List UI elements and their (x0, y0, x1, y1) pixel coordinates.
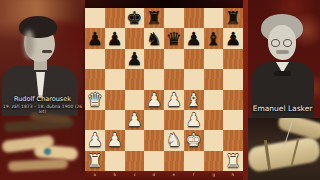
player-name-right: Emanuel Lasker (245, 104, 320, 113)
square-h2[interactable] (223, 130, 243, 150)
square-d2[interactable] (144, 130, 164, 150)
square-g7[interactable]: ♝ (204, 28, 224, 48)
black-queen: ♛ (166, 30, 182, 48)
square-a5[interactable] (85, 69, 105, 89)
lasker-moustache (276, 50, 289, 54)
square-c6[interactable]: ♟ (125, 49, 145, 69)
square-g8[interactable] (204, 8, 224, 28)
lasker-glasses-left-lens (271, 39, 280, 47)
white-pawn: ♟ (146, 91, 162, 109)
black-king: ♚ (126, 9, 142, 27)
square-h8[interactable]: ♜ (223, 8, 243, 28)
white-queen: ♛ (87, 91, 103, 109)
square-h7[interactable]: ♟ (223, 28, 243, 48)
square-c4[interactable] (125, 90, 145, 110)
square-h3[interactable] (223, 110, 243, 130)
square-e7[interactable]: ♛ (164, 28, 184, 48)
square-f5[interactable] (184, 69, 204, 89)
square-h6[interactable] (223, 49, 243, 69)
video-frame: Rudolf Charousek 19. září 1873 – 18. dub… (0, 0, 320, 180)
black-bishop: ♝ (205, 30, 221, 48)
square-h4[interactable] (223, 90, 243, 110)
square-c2[interactable] (125, 130, 145, 150)
white-king: ♚ (186, 131, 202, 149)
square-d5[interactable] (144, 69, 164, 89)
lasker-glasses-right-lens (283, 39, 292, 47)
square-c7[interactable] (125, 28, 145, 48)
fallen-piece (8, 158, 68, 171)
square-f4[interactable]: ♝ (184, 90, 204, 110)
photo-fallen-pieces (0, 112, 85, 180)
square-a6[interactable] (85, 49, 105, 69)
square-d3[interactable] (144, 110, 164, 130)
white-pawn: ♟ (166, 91, 182, 109)
charousek-moustache (42, 50, 52, 53)
square-g5[interactable] (204, 69, 224, 89)
black-pawn: ♟ (107, 30, 123, 48)
file-label-b: b (106, 172, 123, 180)
file-label-d: d (146, 172, 163, 180)
square-d6[interactable] (144, 49, 164, 69)
square-g2[interactable] (204, 130, 224, 150)
portrait-right-lasker (248, 0, 320, 118)
square-a7[interactable]: ♟ (85, 28, 105, 48)
black-pawn: ♟ (225, 30, 241, 48)
square-c8[interactable]: ♚ (125, 8, 145, 28)
square-c3[interactable]: ♟ (125, 110, 145, 130)
black-pawn: ♟ (126, 50, 142, 68)
player-dates-left: 19. září 1873 – 18. dubna 1900 (26 let) (0, 104, 85, 114)
black-knight: ♞ (146, 30, 162, 48)
lasker-bowtie (274, 71, 291, 76)
square-b4[interactable] (105, 90, 125, 110)
square-f1[interactable] (184, 151, 204, 171)
white-pawn: ♟ (126, 111, 142, 129)
square-d7[interactable]: ♞ (144, 28, 164, 48)
white-pawn: ♟ (87, 131, 103, 149)
file-label-c: c (126, 172, 143, 180)
square-b6[interactable] (105, 49, 125, 69)
square-b8[interactable] (105, 8, 125, 28)
file-labels: abcdefgh (85, 171, 243, 180)
file-label-e: e (165, 172, 182, 180)
square-g6[interactable] (204, 49, 224, 69)
square-a1[interactable]: ♜ (85, 151, 105, 171)
square-b2[interactable]: ♟ (105, 130, 125, 150)
square-e6[interactable] (164, 49, 184, 69)
white-rook: ♜ (87, 152, 103, 170)
charousek-face-shadow (24, 30, 34, 58)
square-g4[interactable] (204, 90, 224, 110)
photo-scrolls (248, 118, 320, 180)
square-a4[interactable]: ♛ (85, 90, 105, 110)
white-pawn: ♟ (186, 111, 202, 129)
white-knight: ♞ (166, 131, 182, 149)
square-e2[interactable]: ♞ (164, 130, 184, 150)
black-rook: ♜ (146, 9, 162, 27)
square-f7[interactable]: ♟ (184, 28, 204, 48)
white-rook: ♜ (225, 152, 241, 170)
square-e5[interactable] (164, 69, 184, 89)
square-d1[interactable] (144, 151, 164, 171)
file-label-h: h (225, 172, 242, 180)
square-a2[interactable]: ♟ (85, 130, 105, 150)
square-d4[interactable]: ♟ (144, 90, 164, 110)
white-bishop: ♝ (186, 91, 202, 109)
square-f2[interactable]: ♚ (184, 130, 204, 150)
piece-detail-dot (44, 148, 51, 155)
black-pawn: ♟ (186, 30, 202, 48)
square-g3[interactable] (204, 110, 224, 130)
square-a8[interactable] (85, 8, 105, 28)
black-pawn: ♟ (87, 30, 103, 48)
square-f6[interactable] (184, 49, 204, 69)
square-g1[interactable] (204, 151, 224, 171)
chess-board: ♚♜♜♟♟♞♛♟♝♟♟♛♟♟♝♟♟♟♟♞♚♜♜ (85, 8, 243, 171)
square-f8[interactable] (184, 8, 204, 28)
square-e8[interactable] (164, 8, 184, 28)
square-c1[interactable] (125, 151, 145, 171)
square-e3[interactable] (164, 110, 184, 130)
square-b3[interactable] (105, 110, 125, 130)
square-b5[interactable] (105, 69, 125, 89)
square-b7[interactable]: ♟ (105, 28, 125, 48)
square-e1[interactable] (164, 151, 184, 171)
square-a3[interactable] (85, 110, 105, 130)
square-h1[interactable]: ♜ (223, 151, 243, 171)
file-label-f: f (185, 172, 202, 180)
square-f3[interactable]: ♟ (184, 110, 204, 130)
player-name-left: Rudolf Charousek (0, 95, 85, 103)
white-pawn: ♟ (107, 131, 123, 149)
file-label-g: g (205, 172, 222, 180)
black-rook: ♜ (225, 9, 241, 27)
file-label-a: a (86, 172, 103, 180)
square-e4[interactable]: ♟ (164, 90, 184, 110)
square-d8[interactable]: ♜ (144, 8, 164, 28)
square-h5[interactable] (223, 69, 243, 89)
square-c5[interactable] (125, 69, 145, 89)
square-b1[interactable] (105, 151, 125, 171)
